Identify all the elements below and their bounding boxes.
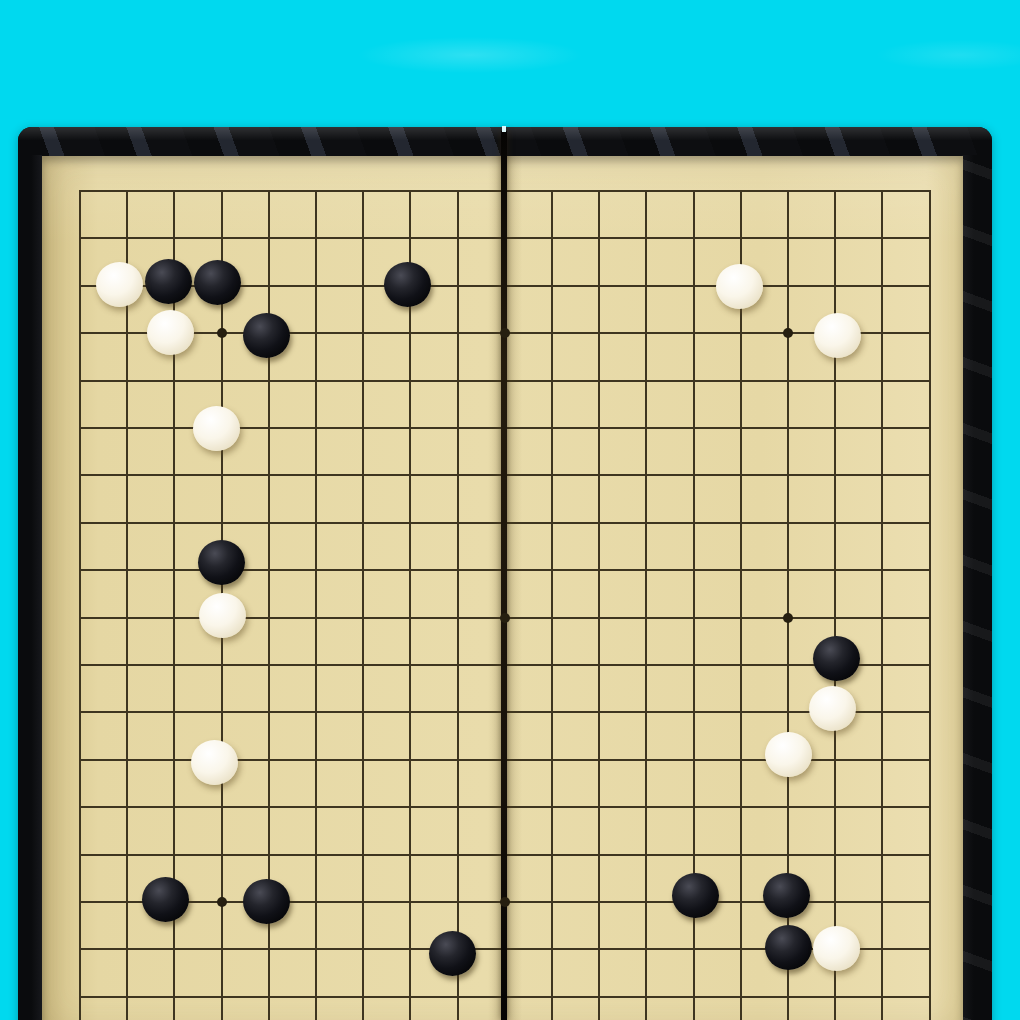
product-photo (0, 0, 1020, 1020)
white-stone[interactable] (96, 262, 143, 307)
black-stone[interactable] (194, 260, 241, 305)
black-stone[interactable] (672, 873, 719, 918)
white-stone[interactable] (199, 593, 246, 638)
black-stone[interactable] (243, 313, 290, 358)
black-stone[interactable] (429, 931, 476, 976)
white-stone[interactable] (765, 732, 812, 777)
black-stone[interactable] (198, 540, 245, 585)
board-frame-right-edge (962, 155, 992, 1020)
black-stone[interactable] (765, 925, 812, 970)
black-stone[interactable] (145, 259, 192, 304)
white-stone[interactable] (813, 926, 860, 971)
board-frame-left-edge (18, 155, 42, 1020)
black-stone[interactable] (813, 636, 860, 681)
white-stone[interactable] (191, 740, 238, 785)
white-stone[interactable] (716, 264, 763, 309)
white-stone[interactable] (814, 313, 861, 358)
white-stone[interactable] (147, 310, 194, 355)
black-stone[interactable] (384, 262, 431, 307)
fold-hinge-gap (502, 126, 506, 132)
black-stone[interactable] (763, 873, 810, 918)
white-stone[interactable] (193, 406, 240, 451)
board-grid (56, 167, 953, 1020)
black-stone[interactable] (142, 877, 189, 922)
black-stone[interactable] (243, 879, 290, 924)
white-stone[interactable] (809, 686, 856, 731)
